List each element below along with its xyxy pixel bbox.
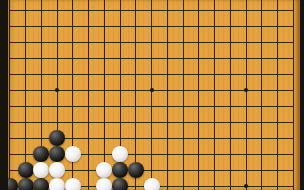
grid-vertical-line <box>151 0 152 190</box>
star-point <box>244 184 248 188</box>
black-stone <box>49 130 65 146</box>
black-stone <box>33 146 49 162</box>
star-point <box>244 88 248 92</box>
white-stone <box>65 146 81 162</box>
grid-horizontal-line <box>9 106 294 107</box>
grid-horizontal-line <box>9 42 294 43</box>
go-board[interactable] <box>8 0 300 190</box>
white-stone <box>96 162 112 178</box>
black-stone <box>112 162 128 178</box>
grid-vertical-line <box>246 0 247 190</box>
grid-vertical-line <box>88 0 89 190</box>
grid-horizontal-line <box>9 122 294 123</box>
white-stone <box>49 162 65 178</box>
white-stone <box>112 146 128 162</box>
black-stone <box>18 162 34 178</box>
white-stone <box>96 178 112 190</box>
grid-vertical-line <box>167 0 168 190</box>
black-stone <box>49 146 65 162</box>
grid-horizontal-line <box>9 74 294 75</box>
grid-vertical-line <box>198 0 199 190</box>
grid-vertical-line <box>9 0 10 190</box>
grid-vertical-line <box>293 0 294 190</box>
black-stone <box>112 178 128 190</box>
grid-vertical-line <box>183 0 184 190</box>
black-stone <box>18 178 34 190</box>
grid-vertical-line <box>277 0 278 190</box>
grid-horizontal-line <box>9 26 294 27</box>
star-point <box>150 88 154 92</box>
grid-horizontal-line <box>9 58 294 59</box>
grid-vertical-line <box>214 0 215 190</box>
white-stone <box>144 178 160 190</box>
grid-vertical-line <box>230 0 231 190</box>
letterbox-right-bar <box>300 0 304 190</box>
white-stone <box>33 162 49 178</box>
letterbox-left-bar <box>0 0 8 190</box>
video-frame <box>0 0 304 190</box>
wood-grain-texture <box>8 0 300 190</box>
star-point <box>55 88 59 92</box>
grid-vertical-line <box>261 0 262 190</box>
white-stone <box>49 178 65 190</box>
white-stone <box>65 178 81 190</box>
grid-horizontal-line <box>9 10 294 11</box>
black-stone <box>128 162 144 178</box>
black-stone <box>33 178 49 190</box>
